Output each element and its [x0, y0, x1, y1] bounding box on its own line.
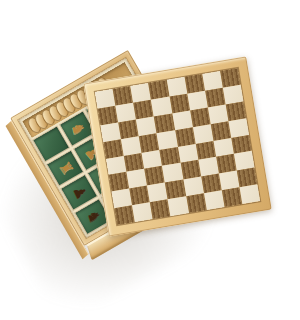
stored-chess-piece-dark-pawn: ♟	[69, 183, 88, 202]
chess-board	[83, 56, 271, 236]
stored-chess-piece-light-rook: ♜	[55, 159, 75, 179]
stored-chess-piece-dark-knight: ♞	[84, 208, 102, 225]
board-square-h1	[239, 184, 260, 204]
board-squares	[95, 68, 260, 225]
product-photo-scene: ♞♝♟♜♟♝♛♟♞♜♟♞♟♝♚	[0, 0, 300, 320]
stored-chess-piece-light-knight: ♞	[68, 121, 86, 137]
